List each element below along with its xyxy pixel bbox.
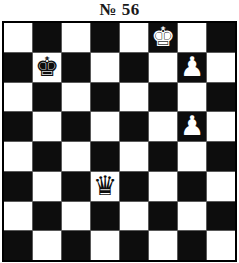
square-d5 [91,112,119,141]
piece-white-king: ♚ [151,23,175,50]
square-d4 [91,142,119,171]
square-g1 [178,231,206,260]
square-e5 [120,112,148,141]
square-d7 [91,53,119,82]
square-f3 [149,172,177,201]
square-f1 [149,231,177,260]
piece-white-pawn: ♟ [180,112,204,139]
square-b5 [33,112,61,141]
square-a2 [4,202,32,231]
square-e1 [120,231,148,260]
square-f6 [149,83,177,112]
square-h1 [207,231,235,260]
square-g3 [178,172,206,201]
square-h7 [207,53,235,82]
square-c3 [62,172,90,201]
square-e2 [120,202,148,231]
square-a8 [4,23,32,52]
square-g6 [178,83,206,112]
square-c2 [62,202,90,231]
square-d6 [91,83,119,112]
piece-white-pawn: ♟ [180,53,204,80]
square-a5 [4,112,32,141]
square-c6 [62,83,90,112]
square-c1 [62,231,90,260]
square-h6 [207,83,235,112]
square-f2 [149,202,177,231]
square-b7: ♚ [33,53,61,82]
piece-black-king: ♚ [35,53,59,80]
square-e8 [120,23,148,52]
square-b1 [33,231,61,260]
square-e4 [120,142,148,171]
square-g5: ♟ [178,112,206,141]
square-c5 [62,112,90,141]
square-b3 [33,172,61,201]
square-f4 [149,142,177,171]
square-g7: ♟ [178,53,206,82]
chess-board: ♚♚♟♟♛ [2,21,237,262]
square-b4 [33,142,61,171]
square-b2 [33,202,61,231]
square-h2 [207,202,235,231]
square-f7 [149,53,177,82]
square-d8 [91,23,119,52]
square-h4 [207,142,235,171]
square-e7 [120,53,148,82]
square-e6 [120,83,148,112]
square-d2 [91,202,119,231]
square-c4 [62,142,90,171]
square-h8 [207,23,235,52]
chess-problem-diagram: № 56 ♚♚♟♟♛ [0,0,239,263]
square-a6 [4,83,32,112]
square-g4 [178,142,206,171]
square-d3: ♛ [91,172,119,201]
square-a3 [4,172,32,201]
square-f8: ♚ [149,23,177,52]
square-e3 [120,172,148,201]
page-title: № 56 [0,0,239,20]
square-g2 [178,202,206,231]
square-a7 [4,53,32,82]
square-f5 [149,112,177,141]
square-d1 [91,231,119,260]
square-b8 [33,23,61,52]
square-g8 [178,23,206,52]
square-c7 [62,53,90,82]
square-b6 [33,83,61,112]
square-h3 [207,172,235,201]
square-c8 [62,23,90,52]
square-h5 [207,112,235,141]
square-a4 [4,142,32,171]
piece-black-queen: ♛ [93,172,117,199]
square-a1 [4,231,32,260]
